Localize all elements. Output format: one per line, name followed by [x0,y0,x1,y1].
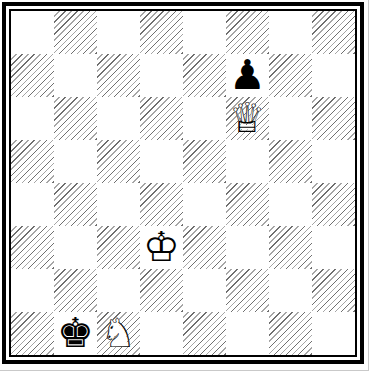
white-queen-icon: ♕ [226,97,269,140]
square-g8[interactable] [269,11,312,54]
white-king-mask: ♚ [140,226,183,269]
square-e2[interactable] [183,269,226,312]
square-d7[interactable] [140,54,183,97]
square-c5[interactable] [97,140,140,183]
square-g3[interactable] [269,226,312,269]
square-a8[interactable] [11,11,54,54]
white-queen-mask: ♛ [226,97,269,140]
square-a3[interactable] [11,226,54,269]
black-king-mask: ♚ [54,312,97,355]
square-e3[interactable] [183,226,226,269]
square-f1[interactable] [226,312,269,355]
square-a4[interactable] [11,183,54,226]
square-d1[interactable] [140,312,183,355]
square-e7[interactable] [183,54,226,97]
square-g6[interactable] [269,97,312,140]
square-c6[interactable] [97,97,140,140]
square-c2[interactable] [97,269,140,312]
square-g5[interactable] [269,140,312,183]
square-c7[interactable] [97,54,140,97]
square-b4[interactable] [54,183,97,226]
square-b2[interactable] [54,269,97,312]
square-c3[interactable] [97,226,140,269]
black-pawn-mask: ♟ [226,54,269,97]
square-e6[interactable] [183,97,226,140]
square-e8[interactable] [183,11,226,54]
square-h1[interactable] [312,312,355,355]
square-b7[interactable] [54,54,97,97]
black-king-icon: ♚ [54,312,97,355]
square-f2[interactable] [226,269,269,312]
square-g7[interactable] [269,54,312,97]
square-d6[interactable] [140,97,183,140]
square-c4[interactable] [97,183,140,226]
square-b5[interactable] [54,140,97,183]
square-h2[interactable] [312,269,355,312]
square-f7[interactable]: ♟♟ [226,54,269,97]
square-b3[interactable] [54,226,97,269]
square-d8[interactable] [140,11,183,54]
black-pawn-icon: ♟ [226,54,269,97]
square-g4[interactable] [269,183,312,226]
square-e4[interactable] [183,183,226,226]
square-e1[interactable] [183,312,226,355]
square-b8[interactable] [54,11,97,54]
square-f6[interactable]: ♛♕ [226,97,269,140]
square-h4[interactable] [312,183,355,226]
square-a1[interactable] [11,312,54,355]
board-inner-border: ♟♟♛♕♚♔♚♚♞♘ [9,9,357,357]
board-outer-border: ♟♟♛♕♚♔♚♚♞♘ [2,2,364,364]
square-d3[interactable]: ♚♔ [140,226,183,269]
square-b6[interactable] [54,97,97,140]
square-g1[interactable] [269,312,312,355]
square-c1[interactable]: ♞♘ [97,312,140,355]
square-d5[interactable] [140,140,183,183]
chess-diagram: ♟♟♛♕♚♔♚♚♞♘ [0,0,369,371]
square-b1[interactable]: ♚♚ [54,312,97,355]
square-f4[interactable] [226,183,269,226]
square-f3[interactable] [226,226,269,269]
square-h7[interactable] [312,54,355,97]
square-d2[interactable] [140,269,183,312]
square-a7[interactable] [11,54,54,97]
board: ♟♟♛♕♚♔♚♚♞♘ [11,11,355,355]
square-e5[interactable] [183,140,226,183]
square-f8[interactable] [226,11,269,54]
square-c8[interactable] [97,11,140,54]
square-f5[interactable] [226,140,269,183]
white-knight-mask: ♞ [97,312,140,355]
square-h5[interactable] [312,140,355,183]
square-a2[interactable] [11,269,54,312]
square-h6[interactable] [312,97,355,140]
white-king-icon: ♔ [140,226,183,269]
square-d4[interactable] [140,183,183,226]
square-a6[interactable] [11,97,54,140]
white-knight-icon: ♘ [97,312,140,355]
square-h8[interactable] [312,11,355,54]
square-g2[interactable] [269,269,312,312]
square-h3[interactable] [312,226,355,269]
square-a5[interactable] [11,140,54,183]
